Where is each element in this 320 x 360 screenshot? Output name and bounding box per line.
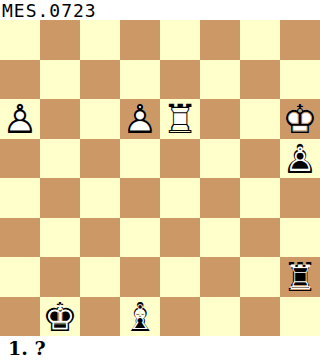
square-f6[interactable] — [200, 99, 240, 139]
square-e8[interactable] — [160, 20, 200, 60]
square-f1[interactable] — [200, 297, 240, 337]
diagram-title: MES.0723 — [2, 1, 97, 20]
square-f7[interactable] — [200, 60, 240, 100]
square-f3[interactable] — [200, 218, 240, 258]
black-pawn-h5[interactable]: ♟♙ — [280, 139, 320, 179]
square-d2[interactable] — [120, 257, 160, 297]
black-bishop-outline: ♗ — [123, 300, 157, 333]
square-a6[interactable]: ♟♙ — [0, 99, 40, 139]
square-a8[interactable] — [0, 20, 40, 60]
white-pawn-glyph: ♟ — [0, 99, 40, 139]
square-e4[interactable] — [160, 178, 200, 218]
square-g5[interactable] — [240, 139, 280, 179]
square-g2[interactable] — [240, 257, 280, 297]
square-c7[interactable] — [80, 60, 120, 100]
white-rook-glyph: ♜ — [160, 99, 200, 139]
square-b5[interactable] — [40, 139, 80, 179]
square-e2[interactable] — [160, 257, 200, 297]
square-c3[interactable] — [80, 218, 120, 258]
square-c6[interactable] — [80, 99, 120, 139]
square-g6[interactable] — [240, 99, 280, 139]
square-d6[interactable]: ♟♙ — [120, 99, 160, 139]
square-c2[interactable] — [80, 257, 120, 297]
square-h8[interactable] — [280, 20, 320, 60]
square-a7[interactable] — [0, 60, 40, 100]
square-a3[interactable] — [0, 218, 40, 258]
square-a2[interactable] — [0, 257, 40, 297]
square-d5[interactable] — [120, 139, 160, 179]
black-rook-glyph: ♜ — [280, 257, 320, 297]
black-pawn-outline: ♙ — [283, 142, 317, 175]
square-h2[interactable]: ♜♖ — [280, 257, 320, 297]
black-king-b1[interactable]: ♚♔ — [40, 297, 80, 337]
black-bishop-glyph: ♝ — [120, 297, 160, 337]
white-pawn-outline: ♙ — [120, 99, 160, 139]
square-g3[interactable] — [240, 218, 280, 258]
white-pawn-glyph: ♟ — [120, 99, 160, 139]
white-king-h6[interactable]: ♚♔ — [280, 99, 320, 139]
square-c4[interactable] — [80, 178, 120, 218]
square-c1[interactable] — [80, 297, 120, 337]
white-king-glyph: ♚ — [280, 99, 320, 139]
square-h7[interactable] — [280, 60, 320, 100]
square-e1[interactable] — [160, 297, 200, 337]
square-f4[interactable] — [200, 178, 240, 218]
black-king-outline: ♔ — [43, 300, 77, 333]
square-e7[interactable] — [160, 60, 200, 100]
square-d8[interactable] — [120, 20, 160, 60]
square-e5[interactable] — [160, 139, 200, 179]
square-a1[interactable] — [0, 297, 40, 337]
square-g7[interactable] — [240, 60, 280, 100]
white-rook-e6[interactable]: ♜♖ — [160, 99, 200, 139]
square-b1[interactable]: ♚♔ — [40, 297, 80, 337]
white-pawn-a6[interactable]: ♟♙ — [0, 99, 40, 139]
square-e6[interactable]: ♜♖ — [160, 99, 200, 139]
square-f2[interactable] — [200, 257, 240, 297]
square-g4[interactable] — [240, 178, 280, 218]
black-pawn-glyph: ♟ — [280, 139, 320, 179]
square-d7[interactable] — [120, 60, 160, 100]
square-f8[interactable] — [200, 20, 240, 60]
white-pawn-d6[interactable]: ♟♙ — [120, 99, 160, 139]
square-g1[interactable] — [240, 297, 280, 337]
chess-board: ♟♙♟♙♜♖♚♔♟♙♜♖♚♔♝♗ — [0, 20, 320, 336]
black-king-glyph: ♚ — [40, 297, 80, 337]
square-d1[interactable]: ♝♗ — [120, 297, 160, 337]
square-h3[interactable] — [280, 218, 320, 258]
square-a4[interactable] — [0, 178, 40, 218]
square-b2[interactable] — [40, 257, 80, 297]
move-prompt: 1. ? — [8, 337, 46, 359]
square-g8[interactable] — [240, 20, 280, 60]
square-b4[interactable] — [40, 178, 80, 218]
square-b3[interactable] — [40, 218, 80, 258]
white-king-outline: ♔ — [280, 99, 320, 139]
square-d4[interactable] — [120, 178, 160, 218]
square-c5[interactable] — [80, 139, 120, 179]
square-b6[interactable] — [40, 99, 80, 139]
black-rook-outline: ♖ — [283, 260, 317, 293]
square-f5[interactable] — [200, 139, 240, 179]
square-h6[interactable]: ♚♔ — [280, 99, 320, 139]
square-c8[interactable] — [80, 20, 120, 60]
white-pawn-outline: ♙ — [0, 99, 40, 139]
square-b8[interactable] — [40, 20, 80, 60]
square-a5[interactable] — [0, 139, 40, 179]
square-b7[interactable] — [40, 60, 80, 100]
black-rook-h2[interactable]: ♜♖ — [280, 257, 320, 297]
white-rook-outline: ♖ — [160, 99, 200, 139]
square-h4[interactable] — [280, 178, 320, 218]
black-bishop-d1[interactable]: ♝♗ — [120, 297, 160, 337]
square-d3[interactable] — [120, 218, 160, 258]
square-e3[interactable] — [160, 218, 200, 258]
square-h5[interactable]: ♟♙ — [280, 139, 320, 179]
square-h1[interactable] — [280, 297, 320, 337]
